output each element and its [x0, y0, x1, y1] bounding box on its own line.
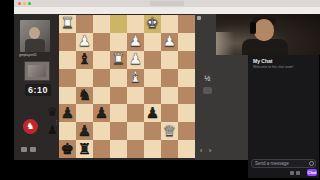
square-e1[interactable] — [110, 15, 127, 33]
square-b7[interactable]: ♛ — [161, 122, 178, 140]
chat-panel: My Chat Welcome to the chat room! Chat — [248, 55, 319, 178]
square-f7[interactable] — [93, 122, 110, 140]
browser-toolbar: Play Chess Online for FREE - Chess Games… — [14, 7, 320, 14]
game-clock: 6:10 — [25, 84, 51, 96]
piece-black-rook[interactable]: ♜ — [78, 142, 91, 157]
square-g6[interactable] — [76, 104, 93, 122]
chess-board: ♜♚♟♟♟♝♜♟♝♞♟♟♟♟♛♚♜ — [59, 15, 195, 158]
square-c5[interactable] — [144, 87, 161, 105]
secondary-thumbnail — [24, 61, 50, 81]
minimize-window-icon[interactable] — [23, 2, 26, 5]
thumbnail-image — [28, 65, 46, 77]
square-e5[interactable] — [110, 87, 127, 105]
square-f5[interactable] — [93, 87, 110, 105]
square-b8[interactable] — [161, 140, 178, 158]
piece-white-rook[interactable]: ♜ — [112, 52, 125, 67]
chat-bubble-icon[interactable] — [203, 87, 212, 94]
browser-titlebar: Play Chess Online for FREE - Chess Games… — [14, 0, 320, 14]
square-h2[interactable] — [59, 33, 76, 51]
square-d2[interactable]: ♟ — [127, 33, 144, 51]
maximize-window-icon[interactable] — [28, 2, 31, 5]
close-window-icon[interactable] — [18, 2, 21, 5]
square-f3[interactable] — [93, 51, 110, 69]
browser-tab[interactable] — [150, 1, 184, 6]
square-h1[interactable]: ♜ — [59, 15, 76, 33]
piece-white-pawn[interactable]: ♟ — [129, 52, 142, 67]
streamer-body — [242, 39, 288, 55]
square-b5[interactable] — [161, 87, 178, 105]
sidebar-bottom-icon-2[interactable] — [30, 147, 36, 152]
chat-input[interactable] — [251, 159, 316, 168]
square-g3[interactable]: ♝ — [76, 51, 93, 69]
square-c2[interactable] — [144, 33, 161, 51]
piece-white-pawn[interactable]: ♟ — [129, 34, 142, 49]
square-d3[interactable]: ♟ — [127, 51, 144, 69]
square-d8[interactable] — [127, 140, 144, 158]
square-b2[interactable]: ♟ — [161, 33, 178, 51]
piece-black-pawn[interactable]: ♟ — [146, 106, 159, 121]
piece-black-knight[interactable]: ♞ — [78, 88, 91, 103]
square-h6[interactable]: ♟ — [59, 104, 76, 122]
square-g7[interactable]: ♟ — [76, 122, 93, 140]
square-a5[interactable] — [178, 87, 195, 105]
square-h8[interactable]: ♚ — [59, 140, 76, 158]
bits-icon[interactable] — [290, 171, 294, 175]
square-f2[interactable] — [93, 33, 110, 51]
square-c3[interactable] — [144, 51, 161, 69]
below-webcam-panel — [216, 55, 248, 160]
square-h4[interactable] — [59, 69, 76, 87]
square-d5[interactable] — [127, 87, 144, 105]
screenshot-canvas: Play Chess Online for FREE - Chess Games… — [0, 0, 320, 180]
square-h3[interactable] — [59, 51, 76, 69]
square-a2[interactable] — [178, 33, 195, 51]
square-a7[interactable] — [178, 122, 195, 140]
piece-white-king[interactable]: ♚ — [146, 16, 159, 31]
layout-icon[interactable] — [197, 16, 201, 20]
chat-header: My Chat — [253, 58, 272, 64]
square-f4[interactable] — [93, 69, 110, 87]
piece-black-pawn[interactable]: ♟ — [61, 106, 74, 121]
square-e3[interactable]: ♜ — [110, 51, 127, 69]
pocket-black-queen[interactable]: ♛ — [46, 103, 59, 121]
chat-welcome-message: Welcome to the chat room! — [253, 65, 294, 69]
square-e6[interactable] — [110, 104, 127, 122]
square-g5[interactable]: ♞ — [76, 87, 93, 105]
square-a6[interactable] — [178, 104, 195, 122]
piece-white-rook[interactable]: ♜ — [61, 16, 74, 31]
square-c1[interactable]: ♚ — [144, 15, 161, 33]
square-e4[interactable] — [110, 69, 127, 87]
tab-strip — [14, 0, 320, 7]
player-avatar — [20, 20, 50, 52]
square-c6[interactable]: ♟ — [144, 104, 161, 122]
prev-move-button[interactable]: ‹ — [197, 146, 205, 155]
piece-black-bishop[interactable]: ♝ — [78, 52, 91, 67]
square-a4[interactable] — [178, 69, 195, 87]
square-h7[interactable] — [59, 122, 76, 140]
piece-white-queen[interactable]: ♛ — [163, 124, 176, 139]
piece-black-pawn[interactable]: ♟ — [95, 106, 108, 121]
settings-icon[interactable] — [296, 171, 300, 175]
pocket-black-pawn[interactable]: ♟ — [46, 121, 59, 139]
screen-glow — [216, 32, 234, 55]
square-f1[interactable] — [93, 15, 110, 33]
player-name: gmplayer01 — [19, 53, 50, 57]
streamer-face — [254, 19, 274, 41]
piece-white-bishop[interactable]: ♝ — [129, 70, 142, 85]
square-b1[interactable] — [161, 15, 178, 33]
piece-white-pawn[interactable]: ♟ — [163, 34, 176, 49]
avatar-body — [25, 39, 45, 52]
piece-black-pawn[interactable]: ♟ — [78, 124, 91, 139]
draw-offer-button[interactable]: ½ — [202, 74, 213, 83]
square-f6[interactable]: ♟ — [93, 104, 110, 122]
square-g4[interactable] — [76, 69, 93, 87]
square-c8[interactable] — [144, 140, 161, 158]
square-e7[interactable] — [110, 122, 127, 140]
square-b4[interactable] — [161, 69, 178, 87]
square-d7[interactable] — [127, 122, 144, 140]
square-c7[interactable] — [144, 122, 161, 140]
square-g8[interactable]: ♜ — [76, 140, 93, 158]
piece-white-pawn[interactable]: ♟ — [78, 34, 91, 49]
headphones-icon — [250, 22, 256, 34]
next-move-button[interactable]: › — [206, 146, 214, 155]
square-a3[interactable] — [178, 51, 195, 69]
square-g2[interactable]: ♟ — [76, 33, 93, 51]
square-d1[interactable] — [127, 15, 144, 33]
square-b3[interactable] — [161, 51, 178, 69]
square-c4[interactable] — [144, 69, 161, 87]
emote-icon[interactable] — [309, 161, 314, 166]
webcam-feed — [216, 14, 320, 55]
piece-black-king[interactable]: ♚ — [61, 142, 74, 157]
chat-send-button[interactable]: Chat — [307, 169, 317, 176]
square-e2[interactable] — [110, 33, 127, 51]
red-circle-logo: ♞ — [23, 119, 38, 134]
square-e8[interactable] — [110, 140, 127, 158]
avatar-face — [29, 27, 40, 39]
square-b6[interactable] — [161, 104, 178, 122]
square-f8[interactable] — [93, 140, 110, 158]
square-d6[interactable] — [127, 104, 144, 122]
square-a8[interactable] — [178, 140, 195, 158]
square-g1[interactable] — [76, 15, 93, 33]
sidebar-bottom-icon-1[interactable] — [21, 147, 27, 152]
square-d4[interactable]: ♝ — [127, 69, 144, 87]
square-a1[interactable] — [178, 15, 195, 33]
square-h5[interactable] — [59, 87, 76, 105]
